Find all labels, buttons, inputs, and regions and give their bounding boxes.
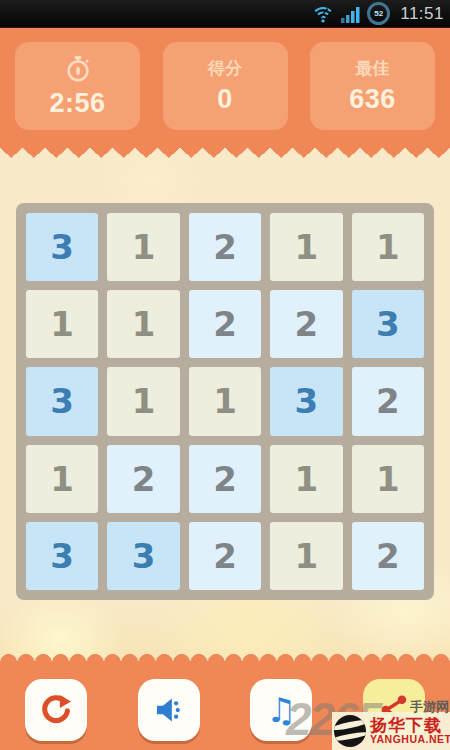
board-grid: 3121111223311321221133212: [16, 203, 434, 600]
board-cell[interactable]: 3: [107, 522, 179, 590]
sound-button[interactable]: [138, 679, 200, 741]
score-label: 得分: [208, 57, 242, 80]
board-cell[interactable]: 2: [189, 213, 261, 281]
board-cell[interactable]: 3: [352, 290, 424, 358]
best-value: 636: [349, 84, 396, 115]
board-cell[interactable]: 3: [26, 213, 98, 281]
watermark-site-label: 手游网: [410, 698, 449, 716]
board-cell[interactable]: 1: [26, 290, 98, 358]
restart-button[interactable]: [25, 679, 87, 741]
stats-header: 2:56 得分 0 最佳 636: [0, 28, 450, 148]
wifi-icon: [311, 3, 335, 25]
timer-value: 2:56: [49, 88, 105, 119]
board-cell[interactable]: 3: [26, 367, 98, 435]
score-panel: 得分 0: [163, 42, 288, 130]
score-value: 0: [217, 84, 233, 115]
refresh-icon: [38, 692, 74, 728]
best-panel: 最佳 636: [310, 42, 435, 130]
board-cell[interactable]: 3: [270, 367, 342, 435]
board-cell[interactable]: 1: [107, 213, 179, 281]
app-screen: 52 11:51 2:56 得分 0 最佳 636 3: [0, 0, 450, 750]
board-cell[interactable]: 1: [270, 213, 342, 281]
board-cell[interactable]: 1: [107, 290, 179, 358]
watermark-brand: 扬华下载: [370, 717, 450, 735]
board-cell[interactable]: 2: [189, 290, 261, 358]
board-cell[interactable]: 2: [189, 522, 261, 590]
board-cell[interactable]: 1: [270, 522, 342, 590]
board-cell[interactable]: 1: [189, 367, 261, 435]
battery-indicator: 52: [367, 2, 390, 25]
watermark-domain: YANGHUA.NET: [370, 734, 450, 745]
board-cell[interactable]: 1: [107, 367, 179, 435]
board-cell[interactable]: 1: [26, 445, 98, 513]
battery-percent: 52: [374, 9, 383, 18]
timer-panel: 2:56: [15, 42, 140, 130]
speaker-icon: [152, 693, 186, 727]
stopwatch-icon: [63, 54, 93, 84]
clock: 11:51: [400, 4, 444, 24]
board-cell[interactable]: 1: [270, 445, 342, 513]
board-cell[interactable]: 2: [352, 522, 424, 590]
board-cell[interactable]: 2: [107, 445, 179, 513]
board-cell[interactable]: 2: [270, 290, 342, 358]
board-cell[interactable]: 2: [352, 367, 424, 435]
best-label: 最佳: [356, 57, 390, 80]
watermark-banner: 扬华下载 YANGHUA.NET: [332, 712, 450, 750]
globe-logo-icon: [334, 715, 366, 747]
signal-strength-icon: [341, 4, 361, 24]
board-cell[interactable]: 1: [352, 213, 424, 281]
board-cell[interactable]: 3: [26, 522, 98, 590]
status-bar: 52 11:51: [0, 0, 450, 28]
board-cell[interactable]: 1: [352, 445, 424, 513]
board-cell[interactable]: 2: [189, 445, 261, 513]
